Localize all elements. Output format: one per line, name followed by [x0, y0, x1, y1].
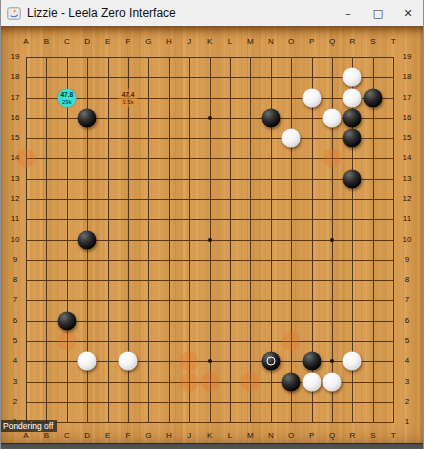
best-move-suggestion[interactable]: 47.829k — [57, 88, 76, 107]
coordinate-label-bottom: R — [350, 432, 356, 440]
coordinate-label-top: S — [370, 38, 375, 46]
grid-line-vertical — [250, 57, 251, 423]
coordinate-label-bottom: A — [23, 432, 28, 440]
coordinate-label-top: R — [350, 38, 356, 46]
faint-move-suggestion[interactable] — [180, 372, 199, 391]
coordinate-label-right: 12 — [403, 195, 412, 203]
coordinate-label-top: K — [207, 38, 212, 46]
coordinate-label-left: 19 — [11, 53, 20, 61]
coordinate-label-left: 18 — [11, 73, 20, 81]
coordinate-label-right: 1 — [405, 418, 409, 426]
coordinate-label-right: 4 — [405, 357, 409, 365]
suggestion-winrate: 47.4 — [122, 91, 135, 97]
grid-line-horizontal — [26, 260, 394, 261]
coordinate-label-bottom: Q — [329, 432, 335, 440]
white-stone — [282, 129, 301, 148]
star-point — [208, 359, 212, 363]
coordinate-label-bottom: M — [247, 432, 254, 440]
white-stone — [323, 108, 342, 127]
grid-line-vertical — [291, 57, 292, 423]
coordinate-label-right: 18 — [403, 73, 412, 81]
move-suggestion[interactable]: 47.43.5k — [119, 88, 138, 107]
coordinate-label-right: 8 — [405, 276, 409, 284]
star-point — [330, 359, 334, 363]
white-stone — [119, 352, 138, 371]
coordinate-label-top: N — [268, 38, 274, 46]
coordinate-label-top: P — [309, 38, 314, 46]
coordinate-label-right: 9 — [405, 256, 409, 264]
coordinate-label-bottom: C — [64, 432, 70, 440]
white-stone — [323, 372, 342, 391]
coordinate-label-bottom: F — [126, 432, 131, 440]
coordinate-label-bottom: B — [44, 432, 49, 440]
faint-move-suggestion[interactable] — [241, 372, 260, 391]
window-bottom-edge — [1, 443, 423, 449]
close-button[interactable]: ✕ — [393, 0, 423, 26]
faint-move-suggestion[interactable] — [323, 149, 342, 168]
coordinate-label-bottom: O — [288, 432, 294, 440]
coordinate-label-left: 6 — [13, 317, 17, 325]
coordinate-label-top: J — [187, 38, 191, 46]
coordinate-label-left: 16 — [11, 114, 20, 122]
grid-line-horizontal — [26, 402, 394, 403]
coordinate-label-top: A — [23, 38, 28, 46]
faint-move-suggestion[interactable] — [57, 331, 76, 350]
coordinate-label-right: 6 — [405, 317, 409, 325]
suggestion-playouts: 29k — [62, 98, 72, 104]
suggestion-playouts: 3.5k — [122, 98, 133, 104]
maximize-button[interactable]: □ — [363, 0, 393, 26]
grid-line-horizontal — [26, 280, 394, 281]
white-stone — [343, 352, 362, 371]
black-stone — [343, 108, 362, 127]
coordinate-label-bottom: D — [84, 432, 90, 440]
coordinate-label-left: 4 — [13, 357, 17, 365]
coordinate-label-bottom: K — [207, 432, 212, 440]
app-window: Lizzie - Leela Zero Interface – □ ✕ AABB… — [0, 0, 424, 449]
coordinate-label-left: 17 — [11, 94, 20, 102]
coordinate-label-bottom: S — [370, 432, 375, 440]
coordinate-label-right: 15 — [403, 134, 412, 142]
coordinate-label-bottom: J — [187, 432, 191, 440]
black-stone — [343, 129, 362, 148]
coordinate-label-right: 16 — [403, 114, 412, 122]
white-stone — [343, 68, 362, 87]
coordinate-label-right: 14 — [403, 154, 412, 162]
coordinate-label-left: 9 — [13, 256, 17, 264]
coordinate-label-left: 2 — [13, 398, 17, 406]
window-title: Lizzie - Leela Zero Interface — [27, 6, 176, 20]
app-icon — [7, 6, 21, 20]
minimize-button[interactable]: – — [333, 0, 363, 26]
coordinate-label-top: F — [126, 38, 131, 46]
coordinate-label-right: 11 — [403, 215, 411, 223]
pondering-status-badge: Pondering off — [1, 420, 57, 432]
coordinate-label-left: 11 — [11, 215, 19, 223]
white-stone — [302, 372, 321, 391]
window-controls: – □ ✕ — [333, 0, 423, 26]
coordinate-label-top: M — [247, 38, 254, 46]
coordinate-label-top: E — [105, 38, 110, 46]
last-move-marker — [266, 357, 275, 366]
coordinate-label-top: C — [64, 38, 70, 46]
coordinate-label-right: 17 — [403, 94, 412, 102]
coordinate-label-top: L — [228, 38, 232, 46]
grid-line-horizontal — [26, 300, 394, 301]
faint-move-suggestion[interactable] — [180, 352, 199, 371]
grid-line-horizontal — [26, 341, 394, 342]
coordinate-label-bottom: P — [309, 432, 314, 440]
black-stone — [261, 108, 280, 127]
star-point — [208, 116, 212, 120]
coordinate-label-top: B — [44, 38, 49, 46]
white-stone — [302, 88, 321, 107]
coordinate-label-bottom: H — [166, 432, 172, 440]
coordinate-label-top: H — [166, 38, 172, 46]
black-stone — [78, 230, 97, 249]
coordinate-label-right: 2 — [405, 398, 409, 406]
coordinate-label-left: 12 — [11, 195, 20, 203]
grid-line-vertical — [393, 57, 394, 423]
coordinate-label-left: 13 — [11, 175, 20, 183]
go-board[interactable]: AABBCCDDEEFFGGHHJJKKLLMMNNOOPPQQRRSSTT19… — [1, 26, 424, 443]
coordinate-label-left: 10 — [11, 236, 20, 244]
black-stone — [302, 352, 321, 371]
star-point — [330, 238, 334, 242]
white-stone — [78, 352, 97, 371]
white-stone — [343, 88, 362, 107]
black-stone — [78, 108, 97, 127]
coordinate-label-right: 3 — [405, 378, 409, 386]
coordinate-label-bottom: E — [105, 432, 110, 440]
coordinate-label-right: 13 — [403, 175, 412, 183]
title-bar: Lizzie - Leela Zero Interface – □ ✕ — [1, 0, 423, 26]
coordinate-label-right: 10 — [403, 236, 412, 244]
coordinate-label-top: O — [288, 38, 294, 46]
coordinate-label-top: T — [391, 38, 396, 46]
black-stone — [282, 372, 301, 391]
black-stone — [363, 88, 382, 107]
coordinate-label-left: 5 — [13, 337, 17, 345]
coordinate-label-bottom: G — [145, 432, 151, 440]
faint-move-suggestion[interactable] — [282, 331, 301, 350]
coordinate-label-right: 7 — [405, 296, 409, 304]
coordinate-label-left: 7 — [13, 296, 17, 304]
black-stone — [57, 311, 76, 330]
grid-line-vertical — [373, 57, 374, 423]
coordinate-label-bottom: T — [391, 432, 396, 440]
coordinate-label-bottom: N — [268, 432, 274, 440]
coordinate-label-top: D — [84, 38, 90, 46]
faint-move-suggestion[interactable] — [200, 372, 219, 391]
faint-move-suggestion[interactable] — [17, 149, 36, 168]
coordinate-label-left: 8 — [13, 276, 17, 284]
coordinate-label-top: Q — [329, 38, 335, 46]
suggestion-winrate: 47.8 — [60, 91, 73, 97]
coordinate-label-left: 3 — [13, 378, 17, 386]
grid-line-horizontal — [26, 321, 394, 322]
coordinate-label-bottom: L — [228, 432, 232, 440]
star-point — [208, 238, 212, 242]
coordinate-label-left: 15 — [11, 134, 20, 142]
coordinate-label-right: 5 — [405, 337, 409, 345]
grid-line-vertical — [230, 57, 231, 423]
black-stone — [343, 169, 362, 188]
coordinate-label-top: G — [145, 38, 151, 46]
grid-line-horizontal — [26, 422, 394, 423]
coordinate-label-right: 19 — [403, 53, 412, 61]
